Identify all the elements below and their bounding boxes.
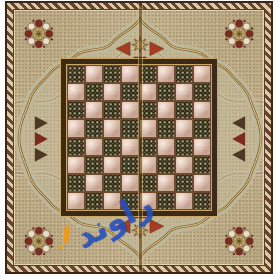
square-f5[interactable]: [158, 120, 174, 136]
square-c1[interactable]: [104, 193, 120, 209]
square-h5[interactable]: [194, 120, 210, 136]
square-e1[interactable]: [140, 193, 156, 209]
square-c6[interactable]: [104, 102, 120, 118]
square-c3[interactable]: [104, 157, 120, 173]
square-e5[interactable]: [140, 120, 156, 136]
square-f3[interactable]: [158, 157, 174, 173]
square-c8[interactable]: [104, 66, 120, 82]
square-c7[interactable]: [104, 84, 120, 100]
square-f7[interactable]: [158, 84, 174, 100]
square-g5[interactable]: [176, 120, 192, 136]
square-h2[interactable]: [194, 175, 210, 191]
square-d7[interactable]: [122, 84, 138, 100]
square-h7[interactable]: [194, 84, 210, 100]
square-a3[interactable]: [68, 157, 84, 173]
square-b3[interactable]: [86, 157, 102, 173]
square-f4[interactable]: [158, 139, 174, 155]
square-g7[interactable]: [176, 84, 192, 100]
square-e2[interactable]: [140, 175, 156, 191]
square-b5[interactable]: [86, 120, 102, 136]
square-a8[interactable]: [68, 66, 84, 82]
square-b6[interactable]: [86, 102, 102, 118]
square-d3[interactable]: [122, 157, 138, 173]
square-c5[interactable]: [104, 120, 120, 136]
square-h4[interactable]: [194, 139, 210, 155]
product-photo: راوند: [0, 0, 280, 280]
square-h3[interactable]: [194, 157, 210, 173]
square-d8[interactable]: [122, 66, 138, 82]
square-g3[interactable]: [176, 157, 192, 173]
square-b1[interactable]: [86, 193, 102, 209]
square-a5[interactable]: [68, 120, 84, 136]
square-c4[interactable]: [104, 139, 120, 155]
khatam-board: [5, 1, 273, 274]
square-g1[interactable]: [176, 193, 192, 209]
square-d6[interactable]: [122, 102, 138, 118]
square-e8[interactable]: [140, 66, 156, 82]
square-d1[interactable]: [122, 193, 138, 209]
square-f1[interactable]: [158, 193, 174, 209]
square-h1[interactable]: [194, 193, 210, 209]
square-h8[interactable]: [194, 66, 210, 82]
square-c2[interactable]: [104, 175, 120, 191]
square-h6[interactable]: [194, 102, 210, 118]
square-d4[interactable]: [122, 139, 138, 155]
square-e7[interactable]: [140, 84, 156, 100]
square-a2[interactable]: [68, 175, 84, 191]
square-g8[interactable]: [176, 66, 192, 82]
square-b8[interactable]: [86, 66, 102, 82]
square-d2[interactable]: [122, 175, 138, 191]
square-g2[interactable]: [176, 175, 192, 191]
fold-seam: [139, 3, 142, 272]
square-a1[interactable]: [68, 193, 84, 209]
square-a6[interactable]: [68, 102, 84, 118]
square-f6[interactable]: [158, 102, 174, 118]
square-e4[interactable]: [140, 139, 156, 155]
square-b4[interactable]: [86, 139, 102, 155]
square-f8[interactable]: [158, 66, 174, 82]
square-d5[interactable]: [122, 120, 138, 136]
square-a4[interactable]: [68, 139, 84, 155]
square-e3[interactable]: [140, 157, 156, 173]
square-b7[interactable]: [86, 84, 102, 100]
square-a7[interactable]: [68, 84, 84, 100]
square-e6[interactable]: [140, 102, 156, 118]
square-f2[interactable]: [158, 175, 174, 191]
square-g4[interactable]: [176, 139, 192, 155]
square-b2[interactable]: [86, 175, 102, 191]
square-g6[interactable]: [176, 102, 192, 118]
